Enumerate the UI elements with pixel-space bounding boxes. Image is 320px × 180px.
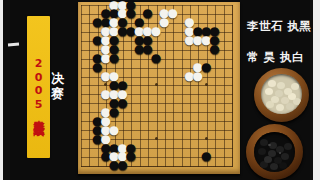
board-cell[interactable] xyxy=(168,72,176,81)
board-cell[interactable] xyxy=(177,134,185,143)
stray-highlight-mark xyxy=(8,43,19,47)
board-cell[interactable] xyxy=(127,54,135,63)
board-cell[interactable] xyxy=(118,45,126,54)
board-cell[interactable] xyxy=(76,63,84,72)
board-cell[interactable] xyxy=(219,116,227,125)
board-cell[interactable] xyxy=(85,152,93,161)
board-cell[interactable]: ● xyxy=(110,125,118,134)
board-cell[interactable]: ● xyxy=(110,54,118,63)
board-cell[interactable] xyxy=(185,125,193,134)
board-cell[interactable] xyxy=(127,107,135,116)
board-cell[interactable] xyxy=(85,0,93,9)
board-cell[interactable]: ● xyxy=(152,54,160,63)
black-bowl-opening xyxy=(254,132,295,172)
board-cell[interactable] xyxy=(127,116,135,125)
board-cell[interactable] xyxy=(76,72,84,81)
board-cell[interactable] xyxy=(202,72,210,81)
black-stones-pile xyxy=(260,139,268,146)
board-cell[interactable] xyxy=(135,63,143,72)
board-cell[interactable] xyxy=(210,89,218,98)
board-cell[interactable] xyxy=(76,54,84,63)
board-cell[interactable] xyxy=(160,89,168,98)
board-cell[interactable] xyxy=(210,107,218,116)
board-cell[interactable] xyxy=(194,161,202,170)
white-bowl-opening xyxy=(261,74,302,114)
board-cell[interactable] xyxy=(143,116,151,125)
board-cell[interactable] xyxy=(210,161,218,170)
board-cell[interactable] xyxy=(135,107,143,116)
board-cell[interactable] xyxy=(152,116,160,125)
board-cell[interactable] xyxy=(160,63,168,72)
board-cell[interactable] xyxy=(227,27,235,36)
board-cell[interactable] xyxy=(168,54,176,63)
board-cell[interactable] xyxy=(76,143,84,152)
board-cell[interactable] xyxy=(76,125,84,134)
board-cell[interactable] xyxy=(127,63,135,72)
board-cell[interactable] xyxy=(143,89,151,98)
board-cell[interactable] xyxy=(168,134,176,143)
board-cell[interactable]: ● xyxy=(160,18,168,27)
board-cell[interactable] xyxy=(135,125,143,134)
board-cell[interactable] xyxy=(160,72,168,81)
board-cell[interactable] xyxy=(194,89,202,98)
board-cell[interactable]: ● xyxy=(118,98,126,107)
board-cell[interactable] xyxy=(185,80,193,89)
board-cell[interactable] xyxy=(143,125,151,134)
board-cell[interactable] xyxy=(135,80,143,89)
stone-shine xyxy=(279,152,281,154)
board-cell[interactable] xyxy=(168,45,176,54)
board-cell[interactable] xyxy=(168,27,176,36)
board-cell[interactable] xyxy=(168,125,176,134)
board-cell[interactable] xyxy=(219,72,227,81)
board-cell[interactable] xyxy=(152,63,160,72)
board-cell[interactable] xyxy=(194,116,202,125)
board-cell[interactable] xyxy=(135,98,143,107)
board-cell[interactable] xyxy=(210,125,218,134)
board-cell[interactable] xyxy=(127,125,135,134)
board-cell[interactable] xyxy=(152,143,160,152)
board-cell[interactable] xyxy=(168,80,176,89)
board-cell[interactable] xyxy=(143,107,151,116)
board-cell[interactable]: ● xyxy=(143,9,151,18)
board-cell[interactable] xyxy=(219,63,227,72)
board-cell[interactable]: ● xyxy=(110,107,118,116)
board-cell[interactable] xyxy=(168,161,176,170)
board-cell[interactable] xyxy=(168,116,176,125)
board-cell[interactable] xyxy=(143,143,151,152)
white-stone-bowl xyxy=(254,68,309,122)
board-cell[interactable] xyxy=(143,152,151,161)
board-cell[interactable] xyxy=(160,36,168,45)
board-cell[interactable] xyxy=(202,80,210,89)
board-cell[interactable] xyxy=(127,98,135,107)
board-cell[interactable] xyxy=(76,116,84,125)
board-cell[interactable] xyxy=(194,80,202,89)
board-cell[interactable] xyxy=(160,45,168,54)
black-player-label: 李世石 执黑 xyxy=(247,19,315,34)
board-cell[interactable] xyxy=(219,54,227,63)
board-cell[interactable] xyxy=(219,161,227,170)
board-cell[interactable] xyxy=(160,80,168,89)
board-cell[interactable] xyxy=(118,107,126,116)
board-cell[interactable] xyxy=(202,9,210,18)
board-cell[interactable] xyxy=(152,152,160,161)
board-cell[interactable] xyxy=(143,63,151,72)
board-cell[interactable] xyxy=(135,143,143,152)
board-cell[interactable] xyxy=(185,161,193,170)
board-cell[interactable] xyxy=(227,9,235,18)
go-board[interactable]: ●●●●●●●●●●●●●●●●●●●●●●●●●●●●●●●●●●●●●●●●… xyxy=(78,2,240,174)
board-cell[interactable] xyxy=(168,143,176,152)
board-cell[interactable]: ● xyxy=(118,161,126,170)
board-cell[interactable] xyxy=(185,107,193,116)
board-cell[interactable] xyxy=(152,107,160,116)
board-cell[interactable] xyxy=(168,89,176,98)
board-cell[interactable] xyxy=(76,98,84,107)
board-cell[interactable] xyxy=(219,107,227,116)
board-cell[interactable] xyxy=(227,80,235,89)
board-cell[interactable] xyxy=(160,116,168,125)
board-cell[interactable] xyxy=(219,80,227,89)
board-cell[interactable] xyxy=(185,89,193,98)
board-cell[interactable] xyxy=(177,98,185,107)
board-cell[interactable] xyxy=(210,72,218,81)
board-cell[interactable] xyxy=(185,0,193,9)
board-cell[interactable] xyxy=(227,152,235,161)
board-cell[interactable] xyxy=(202,161,210,170)
board-cell[interactable] xyxy=(227,72,235,81)
board-cell[interactable] xyxy=(143,161,151,170)
board-cell[interactable] xyxy=(118,36,126,45)
board-cell[interactable] xyxy=(210,0,218,9)
board-cell[interactable] xyxy=(202,125,210,134)
event-banner: 2005丰田杯世界王座战 xyxy=(27,16,50,158)
board-cell[interactable] xyxy=(202,116,210,125)
board-cell[interactable] xyxy=(177,45,185,54)
board-cell[interactable]: ● xyxy=(194,72,202,81)
board-cell[interactable] xyxy=(194,134,202,143)
board-cell[interactable] xyxy=(85,143,93,152)
board-cell[interactable] xyxy=(160,143,168,152)
board-cell[interactable] xyxy=(219,45,227,54)
board-cell[interactable] xyxy=(227,134,235,143)
board-cell[interactable] xyxy=(227,161,235,170)
stone-shine xyxy=(268,144,271,146)
board-cell[interactable] xyxy=(202,89,210,98)
board-cell[interactable] xyxy=(210,63,218,72)
board-cell[interactable] xyxy=(219,0,227,9)
board-cell[interactable] xyxy=(168,152,176,161)
board-cell[interactable]: ● xyxy=(202,63,210,72)
board-cell[interactable] xyxy=(177,89,185,98)
board-cell[interactable] xyxy=(152,80,160,89)
board-cell[interactable] xyxy=(76,134,84,143)
board-cell[interactable] xyxy=(227,0,235,9)
board-cell[interactable] xyxy=(152,72,160,81)
board-cell[interactable] xyxy=(160,107,168,116)
board-cell[interactable] xyxy=(76,18,84,27)
board-cell[interactable] xyxy=(168,107,176,116)
board-cell[interactable] xyxy=(185,45,193,54)
board-cell[interactable] xyxy=(85,72,93,81)
board-cell[interactable] xyxy=(76,89,84,98)
board-cell[interactable] xyxy=(118,54,126,63)
board-cell[interactable] xyxy=(76,107,84,116)
board-cell[interactable] xyxy=(210,116,218,125)
board-cell[interactable] xyxy=(168,63,176,72)
board-cell[interactable] xyxy=(185,98,193,107)
board-cell[interactable] xyxy=(194,98,202,107)
board-cell[interactable] xyxy=(219,9,227,18)
board-cell[interactable] xyxy=(177,161,185,170)
board-cell[interactable] xyxy=(118,116,126,125)
stones-layer: ●●●●●●●●●●●●●●●●●●●●●●●●●●●●●●●●●●●●●●●●… xyxy=(76,0,235,170)
board-cell[interactable] xyxy=(76,80,84,89)
board-cell[interactable] xyxy=(210,143,218,152)
board-cell[interactable] xyxy=(177,54,185,63)
board-cell[interactable] xyxy=(152,134,160,143)
board-cell[interactable] xyxy=(227,125,235,134)
board-cell[interactable] xyxy=(177,116,185,125)
board-cell[interactable] xyxy=(152,125,160,134)
board-cell[interactable] xyxy=(85,161,93,170)
board-cell[interactable] xyxy=(143,134,151,143)
board-cell[interactable] xyxy=(76,152,84,161)
board-cell[interactable] xyxy=(227,54,235,63)
board-cell[interactable] xyxy=(185,152,193,161)
board-cell[interactable] xyxy=(227,18,235,27)
board-cell[interactable] xyxy=(135,89,143,98)
board-cell[interactable] xyxy=(143,80,151,89)
board-cell[interactable] xyxy=(177,143,185,152)
board-cell[interactable] xyxy=(227,143,235,152)
board-cell[interactable] xyxy=(219,89,227,98)
board-cell[interactable] xyxy=(202,134,210,143)
board-cell[interactable] xyxy=(210,152,218,161)
board-cell[interactable] xyxy=(210,9,218,18)
board-cell[interactable] xyxy=(76,27,84,36)
board-cell[interactable] xyxy=(177,80,185,89)
board-cell[interactable] xyxy=(135,152,143,161)
board-cell[interactable] xyxy=(219,98,227,107)
board-cell[interactable] xyxy=(160,134,168,143)
board-cell[interactable] xyxy=(210,98,218,107)
board-cell[interactable] xyxy=(219,125,227,134)
board-cell[interactable] xyxy=(210,54,218,63)
board-cell[interactable] xyxy=(227,89,235,98)
white-player-label: 常 昊 执白 xyxy=(247,50,315,65)
board-cell[interactable] xyxy=(160,54,168,63)
board-cell[interactable] xyxy=(160,98,168,107)
board-cell[interactable] xyxy=(210,80,218,89)
board-cell[interactable] xyxy=(202,98,210,107)
board-cell[interactable] xyxy=(227,45,235,54)
board-cell[interactable] xyxy=(118,125,126,134)
board-cell[interactable] xyxy=(76,0,84,9)
board-cell[interactable] xyxy=(127,161,135,170)
board-cell[interactable]: ● xyxy=(210,45,218,54)
board-cell[interactable] xyxy=(85,98,93,107)
board-cell[interactable] xyxy=(160,161,168,170)
board-cell[interactable] xyxy=(93,161,101,170)
board-cell[interactable] xyxy=(202,107,210,116)
board-cell[interactable] xyxy=(227,116,235,125)
board-cell[interactable] xyxy=(227,36,235,45)
board-cell[interactable] xyxy=(227,63,235,72)
board-cell[interactable] xyxy=(194,125,202,134)
board-cell[interactable] xyxy=(135,54,143,63)
board-cell[interactable] xyxy=(168,18,176,27)
board-cell[interactable] xyxy=(76,36,84,45)
board-cell[interactable] xyxy=(219,152,227,161)
board-cell[interactable] xyxy=(185,134,193,143)
left-white-bar xyxy=(0,0,3,180)
board-cell[interactable] xyxy=(168,98,176,107)
board-cell[interactable] xyxy=(185,143,193,152)
board-cell[interactable] xyxy=(135,72,143,81)
board-cell[interactable] xyxy=(118,63,126,72)
board-cell[interactable] xyxy=(160,152,168,161)
board-cell[interactable] xyxy=(177,125,185,134)
black-stone-bowl xyxy=(246,124,303,180)
board-cell[interactable] xyxy=(135,134,143,143)
board-cell[interactable] xyxy=(194,45,202,54)
board-cell[interactable] xyxy=(135,161,143,170)
board-cell[interactable] xyxy=(76,161,84,170)
event-banner-text: 2005丰田杯世界王座战 xyxy=(27,57,50,116)
board-cell[interactable] xyxy=(135,116,143,125)
board-cell[interactable] xyxy=(194,0,202,9)
stage-label: 决赛 xyxy=(50,61,66,89)
board-cell[interactable] xyxy=(85,80,93,89)
board-cell[interactable] xyxy=(160,125,168,134)
board-cell[interactable] xyxy=(177,152,185,161)
board-cell[interactable] xyxy=(210,134,218,143)
board-cell[interactable] xyxy=(202,0,210,9)
board-cell[interactable] xyxy=(219,134,227,143)
board-cell[interactable] xyxy=(177,0,185,9)
board-cell[interactable] xyxy=(160,27,168,36)
board-cell[interactable] xyxy=(85,89,93,98)
board-cell[interactable] xyxy=(152,89,160,98)
board-cell[interactable] xyxy=(219,143,227,152)
board-cell[interactable] xyxy=(152,98,160,107)
board-cell[interactable] xyxy=(168,36,176,45)
board-cell[interactable] xyxy=(227,98,235,107)
board-cell[interactable] xyxy=(185,116,193,125)
board-cell[interactable]: ● xyxy=(202,152,210,161)
board-cell[interactable] xyxy=(194,107,202,116)
board-cell[interactable] xyxy=(227,107,235,116)
board-cell[interactable] xyxy=(143,98,151,107)
board-cell[interactable] xyxy=(76,9,84,18)
white-stones-pile xyxy=(268,80,276,87)
board-cell[interactable] xyxy=(177,107,185,116)
board-cell[interactable] xyxy=(143,72,151,81)
board-cell[interactable] xyxy=(76,45,84,54)
board-cell[interactable] xyxy=(152,161,160,170)
